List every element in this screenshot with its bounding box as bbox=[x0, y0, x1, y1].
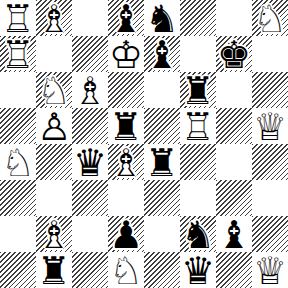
square-f6[interactable]: ♜♜ bbox=[180, 72, 216, 108]
square-g1[interactable] bbox=[216, 252, 252, 288]
black-bishop-glyph: ♝ bbox=[145, 36, 179, 72]
black-bishop: ♝♝ bbox=[217, 216, 251, 252]
black-queen-glyph: ♛ bbox=[181, 252, 215, 288]
white-knight-glyph: ♘ bbox=[253, 0, 287, 36]
square-e2[interactable] bbox=[144, 216, 180, 252]
square-c4[interactable]: ♛♛ bbox=[72, 144, 108, 180]
black-rook-glyph: ♜ bbox=[145, 144, 179, 180]
white-queen-glyph: ♕ bbox=[253, 108, 287, 144]
square-a7[interactable]: ♜♖ bbox=[0, 36, 36, 72]
white-bishop: ♝♗ bbox=[73, 72, 107, 108]
square-h3[interactable] bbox=[252, 180, 288, 216]
square-h1[interactable]: ♛♕ bbox=[252, 252, 288, 288]
black-queen-glyph: ♛ bbox=[73, 144, 107, 180]
white-rook-glyph: ♖ bbox=[1, 36, 35, 72]
black-rook-glyph: ♜ bbox=[37, 252, 71, 288]
white-king: ♚♔ bbox=[109, 36, 143, 72]
square-d2[interactable]: ♟♟ bbox=[108, 216, 144, 252]
square-d4[interactable]: ♝♗ bbox=[108, 144, 144, 180]
square-d6[interactable] bbox=[108, 72, 144, 108]
white-pawn-glyph: ♙ bbox=[37, 108, 71, 144]
white-bishop-glyph: ♗ bbox=[73, 72, 107, 108]
white-rook-glyph: ♖ bbox=[1, 0, 35, 36]
square-e3[interactable] bbox=[144, 180, 180, 216]
square-c1[interactable] bbox=[72, 252, 108, 288]
square-d3[interactable] bbox=[108, 180, 144, 216]
black-bishop-glyph: ♝ bbox=[217, 216, 251, 252]
white-knight-glyph: ♘ bbox=[1, 144, 35, 180]
square-f7[interactable] bbox=[180, 36, 216, 72]
black-bishop: ♝♝ bbox=[145, 36, 179, 72]
square-e4[interactable]: ♜♜ bbox=[144, 144, 180, 180]
square-a5[interactable] bbox=[0, 108, 36, 144]
white-knight: ♞♘ bbox=[253, 0, 287, 36]
square-e6[interactable] bbox=[144, 72, 180, 108]
square-f2[interactable]: ♞♞ bbox=[180, 216, 216, 252]
white-knight: ♞♘ bbox=[37, 72, 71, 108]
square-e5[interactable] bbox=[144, 108, 180, 144]
black-queen: ♛♛ bbox=[73, 144, 107, 180]
black-pawn-glyph: ♟ bbox=[109, 216, 143, 252]
square-g3[interactable] bbox=[216, 180, 252, 216]
square-h6[interactable] bbox=[252, 72, 288, 108]
square-g2[interactable]: ♝♝ bbox=[216, 216, 252, 252]
square-f3[interactable] bbox=[180, 180, 216, 216]
square-d7[interactable]: ♚♔ bbox=[108, 36, 144, 72]
black-rook: ♜♜ bbox=[109, 108, 143, 144]
white-rook: ♜♖ bbox=[1, 0, 35, 36]
square-e1[interactable] bbox=[144, 252, 180, 288]
square-a6[interactable] bbox=[0, 72, 36, 108]
square-g4[interactable] bbox=[216, 144, 252, 180]
white-queen: ♛♕ bbox=[253, 252, 287, 288]
black-queen: ♛♛ bbox=[181, 252, 215, 288]
square-h8[interactable]: ♞♘ bbox=[252, 0, 288, 36]
square-b5[interactable]: ♟♙ bbox=[36, 108, 72, 144]
square-a8[interactable]: ♜♖ bbox=[0, 0, 36, 36]
chess-board: ♜♖♝♗♝♝♞♞♞♘♜♖♚♔♝♝♚♚♞♘♝♗♜♜♟♙♜♜♜♖♛♕♞♘♛♛♝♗♜♜… bbox=[0, 0, 288, 288]
square-e8[interactable]: ♞♞ bbox=[144, 0, 180, 36]
square-f1[interactable]: ♛♛ bbox=[180, 252, 216, 288]
black-pawn: ♟♟ bbox=[109, 216, 143, 252]
white-bishop: ♝♗ bbox=[37, 216, 71, 252]
black-rook: ♜♜ bbox=[37, 252, 71, 288]
square-b3[interactable] bbox=[36, 180, 72, 216]
black-rook: ♜♜ bbox=[181, 72, 215, 108]
square-f4[interactable] bbox=[180, 144, 216, 180]
black-knight: ♞♞ bbox=[145, 0, 179, 36]
black-bishop-glyph: ♝ bbox=[109, 0, 143, 36]
square-c8[interactable] bbox=[72, 0, 108, 36]
square-g7[interactable]: ♚♚ bbox=[216, 36, 252, 72]
black-king-glyph: ♚ bbox=[217, 36, 251, 72]
square-c5[interactable] bbox=[72, 108, 108, 144]
white-rook: ♜♖ bbox=[1, 36, 35, 72]
black-knight-glyph: ♞ bbox=[181, 216, 215, 252]
square-h7[interactable] bbox=[252, 36, 288, 72]
black-knight: ♞♞ bbox=[181, 216, 215, 252]
square-b7[interactable] bbox=[36, 36, 72, 72]
square-g8[interactable] bbox=[216, 0, 252, 36]
black-rook: ♜♜ bbox=[145, 144, 179, 180]
white-knight-glyph: ♘ bbox=[109, 252, 143, 288]
white-bishop: ♝♗ bbox=[37, 0, 71, 36]
square-e7[interactable]: ♝♝ bbox=[144, 36, 180, 72]
square-f5[interactable]: ♜♖ bbox=[180, 108, 216, 144]
white-bishop-glyph: ♗ bbox=[109, 144, 143, 180]
white-pawn: ♟♙ bbox=[37, 108, 71, 144]
square-g5[interactable] bbox=[216, 108, 252, 144]
square-h5[interactable]: ♛♕ bbox=[252, 108, 288, 144]
square-f8[interactable] bbox=[180, 0, 216, 36]
white-knight: ♞♘ bbox=[109, 252, 143, 288]
square-c2[interactable] bbox=[72, 216, 108, 252]
black-bishop: ♝♝ bbox=[109, 0, 143, 36]
black-king: ♚♚ bbox=[217, 36, 251, 72]
square-d1[interactable]: ♞♘ bbox=[108, 252, 144, 288]
square-c7[interactable] bbox=[72, 36, 108, 72]
white-knight: ♞♘ bbox=[1, 144, 35, 180]
white-rook-glyph: ♖ bbox=[181, 108, 215, 144]
square-b2[interactable]: ♝♗ bbox=[36, 216, 72, 252]
black-knight-glyph: ♞ bbox=[145, 0, 179, 36]
square-h2[interactable] bbox=[252, 216, 288, 252]
square-d5[interactable]: ♜♜ bbox=[108, 108, 144, 144]
white-rook: ♜♖ bbox=[181, 108, 215, 144]
white-bishop: ♝♗ bbox=[109, 144, 143, 180]
square-a1[interactable] bbox=[0, 252, 36, 288]
white-bishop-glyph: ♗ bbox=[37, 216, 71, 252]
white-queen-glyph: ♕ bbox=[253, 252, 287, 288]
square-b6[interactable]: ♞♘ bbox=[36, 72, 72, 108]
square-g6[interactable] bbox=[216, 72, 252, 108]
black-rook-glyph: ♜ bbox=[109, 108, 143, 144]
white-knight-glyph: ♘ bbox=[37, 72, 71, 108]
white-bishop-glyph: ♗ bbox=[37, 0, 71, 36]
square-a3[interactable] bbox=[0, 180, 36, 216]
square-a4[interactable]: ♞♘ bbox=[0, 144, 36, 180]
white-king-glyph: ♔ bbox=[109, 36, 143, 72]
square-b1[interactable]: ♜♜ bbox=[36, 252, 72, 288]
square-c3[interactable] bbox=[72, 180, 108, 216]
black-rook-glyph: ♜ bbox=[181, 72, 215, 108]
square-a2[interactable] bbox=[0, 216, 36, 252]
square-c6[interactable]: ♝♗ bbox=[72, 72, 108, 108]
square-b8[interactable]: ♝♗ bbox=[36, 0, 72, 36]
white-queen: ♛♕ bbox=[253, 108, 287, 144]
square-b4[interactable] bbox=[36, 144, 72, 180]
square-d8[interactable]: ♝♝ bbox=[108, 0, 144, 36]
square-h4[interactable] bbox=[252, 144, 288, 180]
